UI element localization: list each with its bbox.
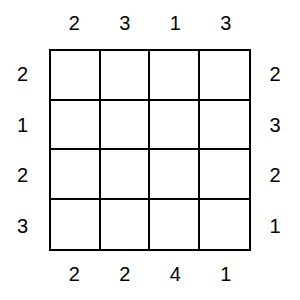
cell-r1c2[interactable] (101, 51, 151, 101)
clues-top: 2 3 1 3 (49, 0, 251, 46)
cell-r3c3[interactable] (150, 150, 200, 200)
cell-r4c1[interactable] (51, 200, 101, 250)
clues-left: 2 1 2 3 (0, 49, 45, 251)
cell-r2c1[interactable] (51, 101, 101, 151)
skyscrapers-puzzle: 2 3 1 3 2 1 2 3 2 3 2 1 2 2 4 1 (0, 0, 300, 300)
cell-r2c2[interactable] (101, 101, 151, 151)
clue-left-3: 2 (0, 150, 45, 201)
board (49, 49, 251, 251)
clue-top-3: 1 (150, 0, 201, 46)
cell-r4c4[interactable] (200, 200, 250, 250)
cell-r4c2[interactable] (101, 200, 151, 250)
cell-r2c4[interactable] (200, 101, 250, 151)
clue-right-3: 2 (253, 150, 297, 201)
cell-r3c1[interactable] (51, 150, 101, 200)
cell-r1c3[interactable] (150, 51, 200, 101)
clue-bottom-4: 1 (201, 252, 252, 296)
cell-r1c1[interactable] (51, 51, 101, 101)
clue-bottom-3: 4 (150, 252, 201, 296)
cell-r2c3[interactable] (150, 101, 200, 151)
clue-top-1: 2 (49, 0, 100, 46)
clue-top-2: 3 (100, 0, 151, 46)
clue-bottom-2: 2 (100, 252, 151, 296)
clues-right: 2 3 2 1 (253, 49, 297, 251)
cell-r3c2[interactable] (101, 150, 151, 200)
clue-top-4: 3 (201, 0, 252, 46)
clue-left-1: 2 (0, 49, 45, 100)
clue-bottom-1: 2 (49, 252, 100, 296)
cell-r4c3[interactable] (150, 200, 200, 250)
clue-left-4: 3 (0, 201, 45, 252)
cell-r1c4[interactable] (200, 51, 250, 101)
clue-right-2: 3 (253, 100, 297, 151)
clue-left-2: 1 (0, 100, 45, 151)
cell-r3c4[interactable] (200, 150, 250, 200)
clue-right-1: 2 (253, 49, 297, 100)
clues-bottom: 2 2 4 1 (49, 252, 251, 296)
clue-right-4: 1 (253, 201, 297, 252)
